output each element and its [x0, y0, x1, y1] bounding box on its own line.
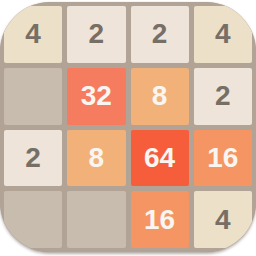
cell-r3c2: 8	[67, 130, 125, 187]
cell-r2c1	[4, 68, 62, 125]
cell-r1c3: 2	[131, 6, 189, 63]
cell-r1c1: 4	[4, 6, 62, 63]
cell-r3c1: 2	[4, 130, 62, 187]
game-board-2048[interactable]: 4 2 2 4 32 8 2 2 8 64 16 16 4	[0, 2, 256, 252]
screenshot-canvas: 4 2 2 4 32 8 2 2 8 64 16 16 4	[0, 0, 256, 256]
cell-r1c4: 4	[194, 6, 252, 63]
cell-r2c4: 2	[194, 68, 252, 125]
cell-r4c3: 16	[131, 191, 189, 248]
cell-r1c2: 2	[67, 6, 125, 63]
cell-r4c1	[4, 191, 62, 248]
cell-r3c3: 64	[131, 130, 189, 187]
cell-r2c3: 8	[131, 68, 189, 125]
cell-r2c2: 32	[67, 68, 125, 125]
cell-r3c4: 16	[194, 130, 252, 187]
cell-r4c2	[67, 191, 125, 248]
tile-grid: 4 2 2 4 32 8 2 2 8 64 16 16 4	[0, 2, 256, 252]
cell-r4c4: 4	[194, 191, 252, 248]
